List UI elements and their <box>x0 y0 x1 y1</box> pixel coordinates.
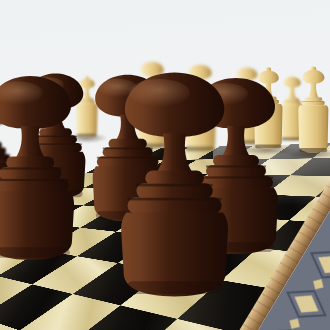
chess-photo-scene <box>0 0 330 330</box>
